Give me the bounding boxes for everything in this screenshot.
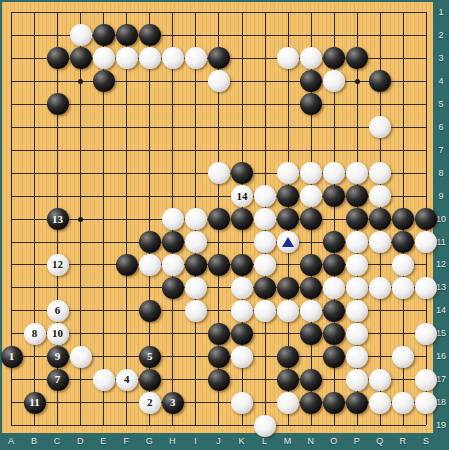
white-stone (415, 277, 437, 299)
white-stone (231, 300, 253, 322)
go-board[interactable]: 1413126810195741123 (2, 2, 433, 433)
white-stone (208, 70, 230, 92)
white-stone: 10 (47, 323, 69, 345)
white-stone (346, 346, 368, 368)
black-stone (392, 231, 414, 253)
black-stone (323, 392, 345, 414)
white-stone (415, 392, 437, 414)
column-label: S (423, 436, 429, 446)
black-stone (300, 392, 322, 414)
white-stone (392, 392, 414, 414)
black-stone: 11 (24, 392, 46, 414)
black-stone (231, 323, 253, 345)
white-stone (369, 162, 391, 184)
white-stone (346, 277, 368, 299)
column-label: J (216, 436, 221, 446)
black-stone (208, 346, 230, 368)
black-stone (300, 93, 322, 115)
white-stone (369, 231, 391, 253)
row-label: 5 (438, 99, 443, 109)
column-label: M (284, 436, 292, 446)
white-stone (392, 346, 414, 368)
white-stone (231, 277, 253, 299)
white-stone (300, 47, 322, 69)
white-stone (346, 162, 368, 184)
star-point (355, 79, 360, 84)
row-label: 18 (436, 397, 446, 407)
black-stone (185, 254, 207, 276)
black-stone: 9 (47, 346, 69, 368)
white-stone (231, 346, 253, 368)
black-stone (346, 185, 368, 207)
white-stone (369, 392, 391, 414)
white-stone (392, 277, 414, 299)
black-stone (208, 208, 230, 230)
row-label: 10 (436, 214, 446, 224)
white-stone (369, 185, 391, 207)
column-label: L (262, 436, 267, 446)
white-stone (369, 277, 391, 299)
row-label: 8 (438, 168, 443, 178)
row-label: 9 (438, 191, 443, 201)
black-stone (323, 185, 345, 207)
column-label: P (354, 436, 360, 446)
white-stone: 12 (47, 254, 69, 276)
triangle-marker (282, 237, 294, 247)
star-point (78, 79, 83, 84)
column-label: K (238, 436, 244, 446)
white-stone (254, 185, 276, 207)
white-stone (415, 323, 437, 345)
column-label: R (400, 436, 407, 446)
row-label: 11 (436, 237, 445, 247)
white-stone (369, 369, 391, 391)
black-stone (277, 369, 299, 391)
column-label: F (124, 436, 130, 446)
black-stone (369, 208, 391, 230)
black-stone (277, 277, 299, 299)
white-stone (300, 162, 322, 184)
white-stone (162, 47, 184, 69)
black-stone (300, 277, 322, 299)
black-stone (93, 24, 115, 46)
black-stone (323, 323, 345, 345)
white-stone (185, 231, 207, 253)
column-label: E (100, 436, 106, 446)
column-label: I (194, 436, 197, 446)
black-stone (254, 277, 276, 299)
white-stone: 8 (24, 323, 46, 345)
row-label: 13 (436, 282, 446, 292)
white-stone (254, 300, 276, 322)
white-stone (185, 277, 207, 299)
row-label: 14 (436, 305, 446, 315)
column-label: C (54, 436, 61, 446)
white-stone (162, 208, 184, 230)
black-stone (208, 369, 230, 391)
column-label: G (146, 436, 153, 446)
white-stone (346, 300, 368, 322)
black-stone (277, 346, 299, 368)
row-label: 3 (438, 53, 443, 63)
white-stone (392, 254, 414, 276)
black-stone (346, 392, 368, 414)
black-stone: 7 (47, 369, 69, 391)
row-label: 12 (436, 259, 446, 269)
white-stone (369, 116, 391, 138)
black-stone (323, 231, 345, 253)
white-stone (277, 162, 299, 184)
white-stone (254, 208, 276, 230)
black-stone (300, 323, 322, 345)
white-stone (346, 323, 368, 345)
white-stone: 4 (116, 369, 138, 391)
row-label: 2 (438, 30, 443, 40)
white-stone (139, 47, 161, 69)
white-stone (277, 392, 299, 414)
black-stone (300, 208, 322, 230)
column-label: O (330, 436, 337, 446)
black-stone (162, 231, 184, 253)
column-label: Q (376, 436, 383, 446)
column-label: D (77, 436, 84, 446)
black-stone (139, 369, 161, 391)
row-label: 19 (436, 420, 446, 430)
row-label: 16 (436, 351, 446, 361)
white-stone (346, 369, 368, 391)
column-label: A (8, 436, 14, 446)
black-stone (116, 254, 138, 276)
white-stone (254, 231, 276, 253)
white-stone (323, 277, 345, 299)
row-label: 6 (438, 122, 443, 132)
black-stone (47, 47, 69, 69)
star-point (78, 217, 83, 222)
black-stone (300, 70, 322, 92)
column-label: N (307, 436, 314, 446)
white-stone (208, 162, 230, 184)
white-stone (346, 231, 368, 253)
black-stone (277, 208, 299, 230)
row-label: 7 (438, 145, 443, 155)
black-stone: 1 (1, 346, 23, 368)
black-stone (139, 300, 161, 322)
white-stone (162, 254, 184, 276)
black-stone (116, 24, 138, 46)
white-stone (70, 24, 92, 46)
white-stone (116, 47, 138, 69)
black-stone (346, 208, 368, 230)
go-board-applet: 1413126810195741123 ABCDEFGHIJKLMNOPQRS1… (0, 0, 449, 450)
black-stone (323, 346, 345, 368)
black-stone (139, 24, 161, 46)
white-stone (415, 231, 437, 253)
white-stone (300, 185, 322, 207)
white-stone (93, 47, 115, 69)
column-label: B (31, 436, 37, 446)
white-stone (323, 162, 345, 184)
column-label: H (169, 436, 176, 446)
white-stone (300, 300, 322, 322)
white-stone (185, 47, 207, 69)
row-label: 15 (436, 328, 446, 338)
black-stone (47, 93, 69, 115)
black-stone (70, 47, 92, 69)
black-stone (323, 47, 345, 69)
black-stone (323, 254, 345, 276)
black-stone (392, 208, 414, 230)
white-stone (185, 208, 207, 230)
white-stone: 14 (231, 185, 253, 207)
black-stone (162, 277, 184, 299)
black-stone (300, 254, 322, 276)
white-stone (323, 70, 345, 92)
black-stone (231, 162, 253, 184)
black-stone (231, 208, 253, 230)
grid-line-horizontal (11, 425, 426, 426)
black-stone: 3 (162, 392, 184, 414)
black-stone (415, 208, 437, 230)
black-stone (277, 185, 299, 207)
row-label: 17 (436, 374, 446, 384)
white-stone (254, 254, 276, 276)
black-stone (208, 254, 230, 276)
row-label: 1 (438, 7, 443, 17)
black-stone (139, 231, 161, 253)
black-stone: 13 (47, 208, 69, 230)
row-label: 4 (438, 76, 443, 86)
white-stone (277, 47, 299, 69)
white-stone (415, 369, 437, 391)
white-stone (185, 300, 207, 322)
white-stone (139, 254, 161, 276)
white-stone (70, 346, 92, 368)
black-stone (231, 254, 253, 276)
white-stone (93, 369, 115, 391)
black-stone (93, 70, 115, 92)
white-stone (231, 392, 253, 414)
white-stone (277, 300, 299, 322)
black-stone (346, 47, 368, 69)
black-stone (323, 300, 345, 322)
white-stone: 2 (139, 392, 161, 414)
black-stone: 5 (139, 346, 161, 368)
black-stone (208, 323, 230, 345)
black-stone (300, 369, 322, 391)
white-stone (254, 415, 276, 437)
black-stone (208, 47, 230, 69)
white-stone: 6 (47, 300, 69, 322)
black-stone (369, 70, 391, 92)
white-stone (346, 254, 368, 276)
